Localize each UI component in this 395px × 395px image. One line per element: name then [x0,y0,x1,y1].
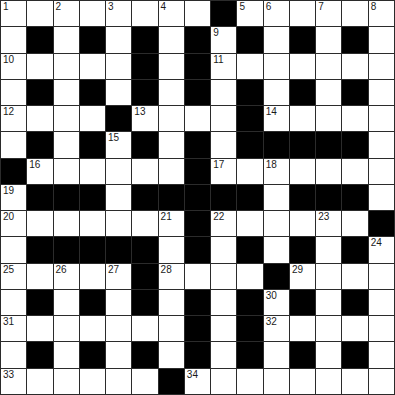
black-cell-r13c11 [290,342,315,367]
white-cell-r14c0[interactable]: 33 [1,369,26,394]
black-cell-r11c9 [237,290,262,315]
white-cell-r8c3[interactable] [80,211,105,236]
black-cell-r13c5 [132,342,157,367]
white-cell-r1c0[interactable] [1,27,26,52]
black-cell-r13c7 [185,342,210,367]
black-cell-r7c3 [80,185,105,210]
white-cell-r12c8[interactable] [211,316,236,341]
white-cell-r11c14[interactable] [369,290,394,315]
white-cell-r8c2[interactable] [54,211,79,236]
white-cell-r0c2[interactable]: 2 [54,1,79,26]
clue-number-21: 21 [161,211,172,222]
black-cell-r9c3 [80,237,105,262]
white-cell-r3c12[interactable] [316,80,341,105]
black-cell-r8c7 [185,211,210,236]
white-cell-r2c0[interactable]: 10 [1,54,26,79]
black-cell-r11c13 [342,290,367,315]
white-cell-r0c9[interactable]: 5 [237,1,262,26]
white-cell-r3c2[interactable] [54,80,79,105]
black-cell-r1c7 [185,27,210,52]
clue-number-13: 13 [134,106,145,117]
black-cell-r5c5 [132,132,157,157]
white-cell-r13c10[interactable] [264,342,289,367]
white-cell-r13c4[interactable] [106,342,131,367]
white-cell-r6c6[interactable] [159,159,184,184]
white-cell-r10c4[interactable]: 27 [106,264,131,289]
white-cell-r9c0[interactable] [1,237,26,262]
white-cell-r14c9[interactable] [237,369,262,394]
black-cell-r11c3 [80,290,105,315]
clue-number-24: 24 [371,237,382,248]
black-cell-r3c11 [290,80,315,105]
black-cell-r9c13 [342,237,367,262]
white-cell-r14c7[interactable]: 34 [185,369,210,394]
white-cell-r10c2[interactable]: 26 [54,264,79,289]
white-cell-r10c8[interactable] [211,264,236,289]
white-cell-r13c6[interactable] [159,342,184,367]
white-cell-r11c6[interactable] [159,290,184,315]
white-cell-r11c4[interactable] [106,290,131,315]
white-cell-r0c7[interactable] [185,1,210,26]
white-cell-r13c14[interactable] [369,342,394,367]
white-cell-r5c8[interactable] [211,132,236,157]
black-cell-r1c11 [290,27,315,52]
black-cell-r2c7 [185,54,210,79]
white-cell-r9c8[interactable] [211,237,236,262]
black-cell-r11c7 [185,290,210,315]
white-cell-r10c13[interactable] [342,264,367,289]
white-cell-r12c2[interactable] [54,316,79,341]
black-cell-r8c14 [369,211,394,236]
black-cell-r7c9 [237,185,262,210]
white-cell-r0c10[interactable]: 6 [264,1,289,26]
white-cell-r1c8[interactable]: 9 [211,27,236,52]
white-cell-r8c9[interactable] [237,211,262,236]
black-cell-r9c2 [54,237,79,262]
white-cell-r8c0[interactable]: 20 [1,211,26,236]
white-cell-r11c12[interactable] [316,290,341,315]
white-cell-r4c3[interactable] [80,106,105,131]
white-cell-r6c4[interactable] [106,159,131,184]
white-cell-r12c0[interactable]: 31 [1,316,26,341]
clue-number-5: 5 [239,1,245,12]
black-cell-r13c1 [27,342,52,367]
white-cell-r12c14[interactable] [369,316,394,341]
white-cell-r0c3[interactable] [80,1,105,26]
white-cell-r4c1[interactable] [27,106,52,131]
white-cell-r10c14[interactable] [369,264,394,289]
black-cell-r11c5 [132,290,157,315]
black-cell-r13c9 [237,342,262,367]
black-cell-r3c3 [80,80,105,105]
black-cell-r9c5 [132,237,157,262]
white-cell-r10c6[interactable]: 28 [159,264,184,289]
black-cell-r7c12 [316,185,341,210]
white-cell-r14c8[interactable] [211,369,236,394]
white-cell-r8c1[interactable] [27,211,52,236]
white-cell-r9c12[interactable] [316,237,341,262]
white-cell-r11c8[interactable] [211,290,236,315]
black-cell-r7c13 [342,185,367,210]
white-cell-r3c10[interactable] [264,80,289,105]
clue-number-14: 14 [266,106,277,117]
white-cell-r14c11[interactable] [290,369,315,394]
clue-number-7: 7 [318,1,324,12]
white-cell-r3c14[interactable] [369,80,394,105]
white-cell-r1c10[interactable] [264,27,289,52]
white-cell-r1c12[interactable] [316,27,341,52]
white-cell-r2c1[interactable] [27,54,52,79]
clue-number-2: 2 [56,1,62,12]
clue-number-10: 10 [3,54,14,65]
white-cell-r6c14[interactable] [369,159,394,184]
white-cell-r6c11[interactable] [290,159,315,184]
clue-number-9: 9 [213,27,219,38]
white-cell-r13c8[interactable] [211,342,236,367]
black-cell-r5c11 [290,132,315,157]
white-cell-r14c14[interactable] [369,369,394,394]
black-cell-r7c6 [159,185,184,210]
black-cell-r5c12 [316,132,341,157]
black-cell-r7c5 [132,185,157,210]
white-cell-r6c8[interactable]: 17 [211,159,236,184]
white-cell-r12c1[interactable] [27,316,52,341]
black-cell-r9c1 [27,237,52,262]
white-cell-r2c10[interactable] [264,54,289,79]
black-cell-r7c7 [185,185,210,210]
white-cell-r3c8[interactable] [211,80,236,105]
black-cell-r12c7 [185,316,210,341]
white-cell-r14c2[interactable] [54,369,79,394]
clue-number-30: 30 [266,290,277,301]
white-cell-r0c14[interactable]: 8 [369,1,394,26]
clue-number-3: 3 [108,1,114,12]
white-cell-r0c12[interactable]: 7 [316,1,341,26]
white-cell-r0c0[interactable]: 1 [1,1,26,26]
white-cell-r12c13[interactable] [342,316,367,341]
white-cell-r10c12[interactable] [316,264,341,289]
clue-number-22: 22 [213,211,224,222]
clue-number-29: 29 [292,264,303,275]
black-cell-r4c9 [237,106,262,131]
black-cell-r11c11 [290,290,315,315]
black-cell-r1c1 [27,27,52,52]
white-cell-r10c3[interactable] [80,264,105,289]
black-cell-r6c0 [1,159,26,184]
black-cell-r5c7 [185,132,210,157]
clue-number-11: 11 [213,54,223,65]
clue-number-16: 16 [29,159,40,170]
white-cell-r8c5[interactable] [132,211,157,236]
clue-number-4: 4 [161,1,167,12]
black-cell-r5c3 [80,132,105,157]
black-cell-r3c13 [342,80,367,105]
black-cell-r6c7 [185,159,210,184]
white-cell-r4c2[interactable] [54,106,79,131]
black-cell-r12c9 [237,316,262,341]
white-cell-r3c4[interactable] [106,80,131,105]
white-cell-r1c4[interactable] [106,27,131,52]
white-cell-r4c6[interactable] [159,106,184,131]
white-cell-r2c11[interactable] [290,54,315,79]
white-cell-r10c11[interactable]: 29 [290,264,315,289]
white-cell-r11c0[interactable] [1,290,26,315]
white-cell-r4c8[interactable] [211,106,236,131]
white-cell-r8c11[interactable] [290,211,315,236]
white-cell-r0c11[interactable] [290,1,315,26]
white-cell-r8c10[interactable] [264,211,289,236]
white-cell-r13c0[interactable] [1,342,26,367]
white-cell-r5c2[interactable] [54,132,79,157]
black-cell-r5c13 [342,132,367,157]
white-cell-r2c2[interactable] [54,54,79,79]
white-cell-r12c11[interactable] [290,316,315,341]
black-cell-r1c5 [132,27,157,52]
white-cell-r0c5[interactable] [132,1,157,26]
white-cell-r8c12[interactable]: 23 [316,211,341,236]
white-cell-r4c12[interactable] [316,106,341,131]
white-cell-r6c10[interactable]: 18 [264,159,289,184]
black-cell-r9c11 [290,237,315,262]
white-cell-r8c6[interactable]: 21 [159,211,184,236]
white-cell-r2c9[interactable] [237,54,262,79]
white-cell-r12c3[interactable] [80,316,105,341]
white-cell-r3c6[interactable] [159,80,184,105]
clue-number-28: 28 [161,264,172,275]
crossword-puzzle: 1234567891011121314151617181920212223242… [0,0,395,395]
black-cell-r1c3 [80,27,105,52]
white-cell-r14c12[interactable] [316,369,341,394]
clue-number-20: 20 [3,211,14,222]
black-cell-r7c8 [211,185,236,210]
black-cell-r7c2 [54,185,79,210]
white-cell-r0c6[interactable]: 4 [159,1,184,26]
clue-number-1: 1 [3,1,9,12]
white-cell-r10c9[interactable] [237,264,262,289]
black-cell-r5c1 [27,132,52,157]
black-cell-r14c6 [159,369,184,394]
white-cell-r14c13[interactable] [342,369,367,394]
clue-number-12: 12 [3,106,14,117]
white-cell-r14c4[interactable] [106,369,131,394]
white-cell-r9c6[interactable] [159,237,184,262]
black-cell-r1c9 [237,27,262,52]
white-cell-r0c13[interactable] [342,1,367,26]
black-cell-r4c4 [106,106,131,131]
white-cell-r6c2[interactable] [54,159,79,184]
white-cell-r12c4[interactable] [106,316,131,341]
clue-number-6: 6 [266,1,272,12]
white-cell-r10c0[interactable]: 25 [1,264,26,289]
black-cell-r11c1 [27,290,52,315]
white-cell-r9c14[interactable]: 24 [369,237,394,262]
white-cell-r14c3[interactable] [80,369,105,394]
clue-number-27: 27 [108,264,119,275]
black-cell-r9c9 [237,237,262,262]
white-cell-r4c11[interactable] [290,106,315,131]
white-cell-r2c13[interactable] [342,54,367,79]
white-cell-r2c12[interactable] [316,54,341,79]
white-cell-r4c14[interactable] [369,106,394,131]
white-cell-r4c7[interactable] [185,106,210,131]
white-cell-r7c0[interactable]: 19 [1,185,26,210]
white-cell-r2c3[interactable] [80,54,105,79]
black-cell-r5c10 [264,132,289,157]
white-cell-r6c1[interactable]: 16 [27,159,52,184]
white-cell-r0c1[interactable] [27,1,52,26]
black-cell-r7c1 [27,185,52,210]
white-cell-r10c1[interactable] [27,264,52,289]
black-cell-r13c13 [342,342,367,367]
white-cell-r12c5[interactable] [132,316,157,341]
black-cell-r3c5 [132,80,157,105]
clue-number-15: 15 [108,132,119,143]
white-cell-r2c14[interactable] [369,54,394,79]
white-cell-r11c2[interactable] [54,290,79,315]
white-cell-r4c5[interactable]: 13 [132,106,157,131]
clue-number-25: 25 [3,264,14,275]
white-cell-r10c7[interactable] [185,264,210,289]
white-cell-r7c4[interactable] [106,185,131,210]
white-cell-r14c10[interactable] [264,369,289,394]
white-cell-r5c4[interactable]: 15 [106,132,131,157]
black-cell-r2c5 [132,54,157,79]
clue-number-8: 8 [371,1,377,12]
white-cell-r8c4[interactable] [106,211,131,236]
clue-number-23: 23 [318,211,329,222]
clue-number-34: 34 [187,369,198,380]
black-cell-r10c5 [132,264,157,289]
white-cell-r13c12[interactable] [316,342,341,367]
white-cell-r0c4[interactable]: 3 [106,1,131,26]
clue-number-18: 18 [266,159,277,170]
white-cell-r8c8[interactable]: 22 [211,211,236,236]
white-cell-r2c6[interactable] [159,54,184,79]
white-cell-r2c4[interactable] [106,54,131,79]
white-cell-r11c10[interactable]: 30 [264,290,289,315]
white-cell-r7c10[interactable] [264,185,289,210]
white-cell-r12c10[interactable]: 32 [264,316,289,341]
black-cell-r13c3 [80,342,105,367]
white-cell-r2c8[interactable]: 11 [211,54,236,79]
black-cell-r3c7 [185,80,210,105]
white-cell-r12c6[interactable] [159,316,184,341]
white-cell-r4c0[interactable]: 12 [1,106,26,131]
clue-number-26: 26 [56,264,67,275]
white-cell-r3c0[interactable] [1,80,26,105]
white-cell-r12c12[interactable] [316,316,341,341]
clue-number-33: 33 [3,369,14,380]
white-cell-r1c6[interactable] [159,27,184,52]
clue-number-31: 31 [3,316,14,327]
white-cell-r5c14[interactable] [369,132,394,157]
white-cell-r4c13[interactable] [342,106,367,131]
white-cell-r5c6[interactable] [159,132,184,157]
black-cell-r9c4 [106,237,131,262]
clue-number-32: 32 [266,316,277,327]
clue-number-17: 17 [213,159,224,170]
black-cell-r9c7 [185,237,210,262]
black-cell-r1c13 [342,27,367,52]
white-cell-r9c10[interactable] [264,237,289,262]
black-cell-r3c1 [27,80,52,105]
white-cell-r6c9[interactable] [237,159,262,184]
white-cell-r6c12[interactable] [316,159,341,184]
black-cell-r0c8 [211,1,236,26]
white-cell-r1c14[interactable] [369,27,394,52]
black-cell-r10c10 [264,264,289,289]
black-cell-r5c9 [237,132,262,157]
black-cell-r3c9 [237,80,262,105]
white-cell-r6c3[interactable] [80,159,105,184]
white-cell-r13c2[interactable] [54,342,79,367]
white-cell-r6c13[interactable] [342,159,367,184]
white-cell-r4c10[interactable]: 14 [264,106,289,131]
white-cell-r1c2[interactable] [54,27,79,52]
black-cell-r7c11 [290,185,315,210]
white-cell-r5c0[interactable] [1,132,26,157]
white-cell-r8c13[interactable] [342,211,367,236]
clue-number-19: 19 [3,185,14,196]
white-cell-r7c14[interactable] [369,185,394,210]
white-cell-r14c1[interactable] [27,369,52,394]
white-cell-r6c5[interactable] [132,159,157,184]
crossword-grid: 1234567891011121314151617181920212223242… [0,0,395,395]
white-cell-r14c5[interactable] [132,369,157,394]
